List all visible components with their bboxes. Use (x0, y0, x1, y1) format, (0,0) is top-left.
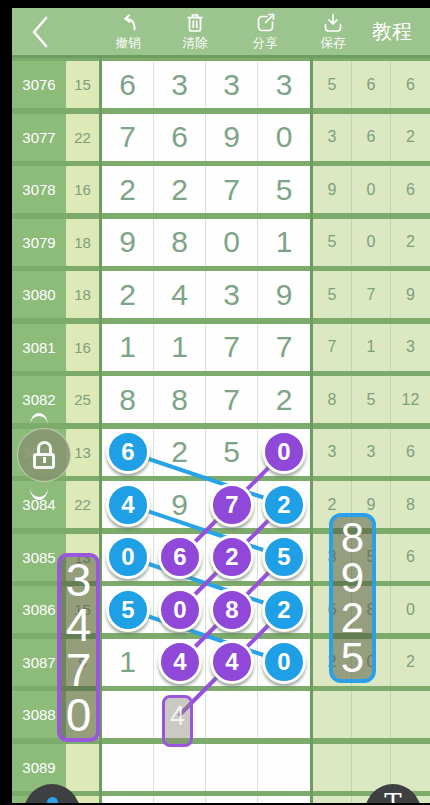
digit-cell[interactable]: 5 (206, 429, 258, 476)
stat-cell: 2 (391, 114, 430, 161)
marked-digit-blue[interactable]: 2 (262, 483, 306, 527)
digit-cell[interactable]: 9 (258, 271, 310, 318)
digit-cell[interactable] (258, 691, 310, 738)
stat-cell: 6 (352, 61, 391, 108)
left-highlight-digit: 4 (66, 603, 92, 648)
share-label: 分享 (253, 36, 278, 50)
period-cell: 3077 (12, 114, 66, 161)
marked-digit-purple[interactable]: 7 (210, 483, 254, 527)
stat-cell (313, 744, 352, 791)
marked-digit-purple[interactable]: 0 (262, 430, 306, 474)
digit-cell[interactable]: 2 (258, 376, 310, 423)
stat-cell: 5 (313, 61, 352, 108)
digit-cell[interactable] (102, 691, 154, 738)
stat-cell: 5 (352, 376, 391, 423)
sum-cell: 25 (66, 376, 99, 423)
stat-cell (313, 691, 352, 738)
clear-button[interactable]: 清除 (165, 11, 225, 50)
digit-cell[interactable]: 0 (258, 114, 310, 161)
stat-cell: 6 (391, 166, 430, 213)
stat-cell: 6 (391, 61, 430, 108)
stat-cell: 3 (313, 429, 352, 476)
stat-cell: 5 (313, 271, 352, 318)
sum-cell (66, 744, 99, 791)
digit-cell[interactable]: 2 (154, 429, 206, 476)
digit-cell[interactable]: 2 (102, 166, 154, 213)
app-screen: 撤销 清除 分享 保存 教程 (0, 0, 430, 805)
digit-cell[interactable]: 1 (102, 324, 154, 371)
right-highlight-box[interactable]: 8925 (329, 513, 376, 683)
right-highlight-digit: 9 (341, 558, 364, 598)
save-icon (321, 11, 345, 35)
digit-cell[interactable]: 7 (258, 324, 310, 371)
sum-cell: 13 (66, 429, 99, 476)
digit-cell[interactable]: 0 (206, 219, 258, 266)
digit-cell[interactable]: 3 (206, 271, 258, 318)
sum-cell: 18 (66, 219, 99, 266)
digit-cell[interactable]: 1 (154, 324, 206, 371)
digit-cell[interactable]: 8 (154, 376, 206, 423)
stat-cell: 7 (313, 324, 352, 371)
share-button[interactable]: 分享 (235, 11, 295, 50)
stat-cell: 2 (391, 639, 430, 686)
left-highlight-digit: 7 (66, 648, 92, 693)
digit-cell[interactable]: 3 (258, 61, 310, 108)
lock-icon (37, 441, 52, 453)
digit-cell[interactable]: 6 (102, 61, 154, 108)
stat-cell: 8 (391, 481, 430, 528)
left-highlight-digit: 3 (66, 558, 92, 603)
marked-digit-purple[interactable]: 0 (158, 588, 202, 632)
marked-digit-blue[interactable]: 6 (106, 430, 150, 474)
stat-cell: 3 (352, 429, 391, 476)
period-cell: 3076 (12, 61, 66, 108)
stat-cell: 1 (352, 324, 391, 371)
save-button[interactable]: 保存 (303, 11, 363, 50)
stat-cell: 3 (313, 114, 352, 161)
stat-cell: 2 (391, 219, 430, 266)
cell-highlight-digit: 4 (170, 701, 185, 732)
left-highlight-box[interactable]: 3470 (57, 553, 100, 742)
toolbar: 撤销 清除 分享 保存 教程 (12, 8, 430, 55)
marked-digit-purple[interactable]: 8 (210, 588, 254, 632)
grid-top-edge (12, 55, 430, 58)
digit-cell[interactable]: 1 (102, 639, 154, 686)
grid-divider-right (310, 55, 313, 803)
digit-cell[interactable] (206, 691, 258, 738)
stat-cell (352, 744, 391, 791)
undo-label: 撤销 (116, 36, 141, 50)
tutorial-button[interactable]: 教程 (362, 8, 422, 55)
stat-cell (352, 691, 391, 738)
clear-label: 清除 (183, 36, 208, 50)
digit-cell[interactable] (154, 744, 206, 791)
digit-cell[interactable]: 7 (206, 166, 258, 213)
undo-icon (115, 11, 141, 35)
sum-cell: 16 (66, 324, 99, 371)
digit-cell[interactable]: 6 (154, 114, 206, 161)
right-highlight-digit: 5 (341, 638, 364, 678)
digit-cell[interactable]: 7 (206, 324, 258, 371)
digit-cell[interactable]: 4 (154, 271, 206, 318)
period-cell: 3081 (12, 324, 66, 371)
stat-cell: 0 (352, 219, 391, 266)
marked-digit-purple[interactable]: 4 (210, 640, 254, 684)
digit-cell[interactable]: 3 (206, 61, 258, 108)
stat-cell: 6 (352, 114, 391, 161)
digit-cell[interactable]: 8 (154, 219, 206, 266)
share-icon (253, 11, 277, 35)
right-highlight-digit: 2 (341, 598, 364, 638)
digit-cell[interactable]: 8 (102, 376, 154, 423)
stat-cell: 8 (313, 376, 352, 423)
digit-cell[interactable]: 7 (206, 376, 258, 423)
marked-digit-blue[interactable]: 0 (262, 640, 306, 684)
sum-cell: 16 (66, 166, 99, 213)
marked-digit-purple[interactable]: 6 (158, 535, 202, 579)
undo-button[interactable]: 撤销 (98, 11, 158, 50)
right-highlight-digit: 8 (341, 518, 364, 558)
sum-cell: 18 (66, 271, 99, 318)
stat-cell: 6 (391, 534, 430, 581)
stat-cell: 0 (352, 166, 391, 213)
digit-cell[interactable]: 5 (258, 166, 310, 213)
marked-digit-blue[interactable]: 5 (106, 588, 150, 632)
digit-cell[interactable]: 1 (258, 219, 310, 266)
stat-cell: 0 (391, 586, 430, 633)
stat-cell: 3 (391, 324, 430, 371)
period-cell: 3079 (12, 219, 66, 266)
marked-digit-blue[interactable]: 0 (106, 535, 150, 579)
marked-digit-blue[interactable]: 5 (262, 535, 306, 579)
digit-cell[interactable]: 9 (206, 114, 258, 161)
period-cell: 3089 (12, 744, 66, 791)
digit-cell[interactable] (258, 744, 310, 791)
stat-cell: 6 (391, 429, 430, 476)
cell-highlight-box[interactable]: 4 (162, 695, 193, 747)
sum-cell: 15 (66, 61, 99, 108)
back-button[interactable] (20, 10, 60, 54)
digit-cell[interactable]: 2 (102, 271, 154, 318)
stat-cell: 9 (313, 166, 352, 213)
marked-digit-purple[interactable]: 2 (210, 535, 254, 579)
sum-cell: 22 (66, 114, 99, 161)
digit-cell[interactable] (206, 744, 258, 791)
digit-cell[interactable]: 9 (102, 219, 154, 266)
digit-cell[interactable] (102, 744, 154, 791)
digit-cell[interactable]: 7 (102, 114, 154, 161)
period-cell: 3078 (12, 166, 66, 213)
digit-cell[interactable]: 3 (154, 61, 206, 108)
left-highlight-digit: 0 (66, 693, 92, 738)
marked-digit-blue[interactable]: 4 (106, 483, 150, 527)
stat-cell: 7 (352, 271, 391, 318)
marked-digit-purple[interactable]: 4 (158, 640, 202, 684)
trash-icon (183, 11, 207, 35)
digit-cell[interactable]: 9 (154, 481, 206, 528)
marked-digit-blue[interactable]: 2 (262, 588, 306, 632)
period-cell: 3080 (12, 271, 66, 318)
lock-fab[interactable] (17, 428, 71, 482)
stat-cell: 12 (391, 376, 430, 423)
save-label: 保存 (321, 36, 346, 50)
back-chevron-icon (27, 10, 53, 54)
digit-cell[interactable]: 2 (154, 166, 206, 213)
stat-cell (391, 691, 430, 738)
stat-cell: 9 (391, 271, 430, 318)
sum-cell: 22 (66, 481, 99, 528)
stat-cell: 5 (313, 219, 352, 266)
